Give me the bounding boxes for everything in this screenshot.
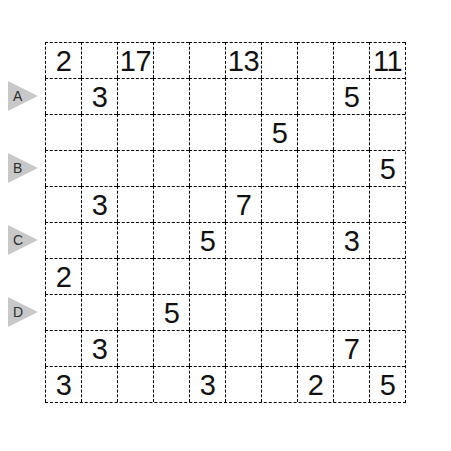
- cell-r1c6-clue[interactable]: 13: [225, 42, 261, 78]
- cell-r7c10[interactable]: [369, 258, 405, 294]
- cell-r7c8[interactable]: [297, 258, 333, 294]
- cell-r6c3[interactable]: [117, 222, 153, 258]
- cell-r3c2[interactable]: [81, 114, 117, 150]
- cell-r3c9[interactable]: [333, 114, 369, 150]
- cell-r5c2-clue[interactable]: 3: [81, 186, 117, 222]
- cell-r9c4[interactable]: [153, 330, 189, 366]
- cell-r1c7[interactable]: [261, 42, 297, 78]
- cell-r6c5-clue[interactable]: 5: [189, 222, 225, 258]
- cell-r10c10-clue[interactable]: 5: [369, 366, 405, 402]
- cell-r4c7[interactable]: [261, 150, 297, 186]
- answer-arrow-A: A: [8, 81, 38, 111]
- cell-r2c2-clue[interactable]: 3: [81, 78, 117, 114]
- cell-r6c10[interactable]: [369, 222, 405, 258]
- cell-r1c9[interactable]: [333, 42, 369, 78]
- cell-r4c2[interactable]: [81, 150, 117, 186]
- cell-r5c3[interactable]: [117, 186, 153, 222]
- cell-r8c8[interactable]: [297, 294, 333, 330]
- cell-r3c4[interactable]: [153, 114, 189, 150]
- cell-r4c9[interactable]: [333, 150, 369, 186]
- cell-r10c4[interactable]: [153, 366, 189, 402]
- arrow-letter-A: A: [13, 89, 22, 103]
- cell-r10c3[interactable]: [117, 366, 153, 402]
- cell-r9c6[interactable]: [225, 330, 261, 366]
- cell-r5c8[interactable]: [297, 186, 333, 222]
- cell-r4c4[interactable]: [153, 150, 189, 186]
- cell-r2c5[interactable]: [189, 78, 225, 114]
- arrow-letter-D: D: [13, 305, 23, 319]
- cell-r1c2[interactable]: [81, 42, 117, 78]
- cell-r2c8[interactable]: [297, 78, 333, 114]
- cell-r4c1[interactable]: [45, 150, 81, 186]
- cell-r2c4[interactable]: [153, 78, 189, 114]
- cell-r5c6-clue[interactable]: 7: [225, 186, 261, 222]
- cell-r10c7[interactable]: [261, 366, 297, 402]
- cell-r7c7[interactable]: [261, 258, 297, 294]
- cell-r2c7[interactable]: [261, 78, 297, 114]
- cell-r8c2[interactable]: [81, 294, 117, 330]
- cell-r10c1-clue[interactable]: 3: [45, 366, 81, 402]
- cell-r2c10[interactable]: [369, 78, 405, 114]
- cell-r4c8[interactable]: [297, 150, 333, 186]
- board-wrapper: 21713113555375325373325 ABCD: [0, 0, 451, 451]
- cell-r10c6[interactable]: [225, 366, 261, 402]
- cell-r9c1[interactable]: [45, 330, 81, 366]
- answer-arrow-B: B: [8, 153, 38, 183]
- cell-r9c2-clue[interactable]: 3: [81, 330, 117, 366]
- cell-r3c3[interactable]: [117, 114, 153, 150]
- cell-r5c9[interactable]: [333, 186, 369, 222]
- cell-r9c5[interactable]: [189, 330, 225, 366]
- cell-r7c9[interactable]: [333, 258, 369, 294]
- cell-r9c7[interactable]: [261, 330, 297, 366]
- cell-r6c9-clue[interactable]: 3: [333, 222, 369, 258]
- cell-r8c10[interactable]: [369, 294, 405, 330]
- cell-r8c9[interactable]: [333, 294, 369, 330]
- cell-r8c1[interactable]: [45, 294, 81, 330]
- cell-r6c7[interactable]: [261, 222, 297, 258]
- cell-r8c5[interactable]: [189, 294, 225, 330]
- cell-r10c9[interactable]: [333, 366, 369, 402]
- cell-r5c7[interactable]: [261, 186, 297, 222]
- cell-r1c8[interactable]: [297, 42, 333, 78]
- cell-r4c10-clue[interactable]: 5: [369, 150, 405, 186]
- cell-r5c10[interactable]: [369, 186, 405, 222]
- cell-r3c5[interactable]: [189, 114, 225, 150]
- cell-r8c3[interactable]: [117, 294, 153, 330]
- cell-r8c6[interactable]: [225, 294, 261, 330]
- cell-r1c5[interactable]: [189, 42, 225, 78]
- cell-r4c3[interactable]: [117, 150, 153, 186]
- cell-r2c9-clue[interactable]: 5: [333, 78, 369, 114]
- cell-r4c6[interactable]: [225, 150, 261, 186]
- cell-r9c8[interactable]: [297, 330, 333, 366]
- cell-r6c6[interactable]: [225, 222, 261, 258]
- cell-r4c5[interactable]: [189, 150, 225, 186]
- cell-r7c2[interactable]: [81, 258, 117, 294]
- cell-r2c1[interactable]: [45, 78, 81, 114]
- cell-r5c4[interactable]: [153, 186, 189, 222]
- cell-r6c4[interactable]: [153, 222, 189, 258]
- cell-r3c7-clue[interactable]: 5: [261, 114, 297, 150]
- cell-r9c9-clue[interactable]: 7: [333, 330, 369, 366]
- cell-r2c6[interactable]: [225, 78, 261, 114]
- cell-r10c5-clue[interactable]: 3: [189, 366, 225, 402]
- cell-r8c4-clue[interactable]: 5: [153, 294, 189, 330]
- cell-r1c4[interactable]: [153, 42, 189, 78]
- cell-r3c6[interactable]: [225, 114, 261, 150]
- answer-arrow-C: C: [8, 225, 38, 255]
- arrow-letter-B: B: [13, 161, 22, 175]
- cell-r6c2[interactable]: [81, 222, 117, 258]
- cell-r10c2[interactable]: [81, 366, 117, 402]
- cell-r1c1-clue[interactable]: 2: [45, 42, 81, 78]
- puzzle-grid: 21713113555375325373325: [45, 42, 406, 403]
- puzzle-page: 21713113555375325373325 ABCD: [0, 0, 451, 451]
- answer-arrow-D: D: [8, 297, 38, 327]
- cell-r7c1-clue[interactable]: 2: [45, 258, 81, 294]
- cell-r3c8[interactable]: [297, 114, 333, 150]
- cell-r3c1[interactable]: [45, 114, 81, 150]
- cell-r5c1[interactable]: [45, 186, 81, 222]
- cell-r9c10[interactable]: [369, 330, 405, 366]
- cell-r1c3-clue[interactable]: 17: [117, 42, 153, 78]
- cell-r9c3[interactable]: [117, 330, 153, 366]
- cell-r5c5[interactable]: [189, 186, 225, 222]
- cell-r1c10-clue[interactable]: 11: [369, 42, 405, 78]
- cell-r2c3[interactable]: [117, 78, 153, 114]
- cell-r7c5[interactable]: [189, 258, 225, 294]
- cell-r8c7[interactable]: [261, 294, 297, 330]
- cell-r7c3[interactable]: [117, 258, 153, 294]
- cell-r6c1[interactable]: [45, 222, 81, 258]
- cell-r10c8-clue[interactable]: 2: [297, 366, 333, 402]
- arrow-letter-C: C: [13, 233, 23, 247]
- cell-r7c6[interactable]: [225, 258, 261, 294]
- cell-r3c10[interactable]: [369, 114, 405, 150]
- cell-r7c4[interactable]: [153, 258, 189, 294]
- cell-r6c8[interactable]: [297, 222, 333, 258]
